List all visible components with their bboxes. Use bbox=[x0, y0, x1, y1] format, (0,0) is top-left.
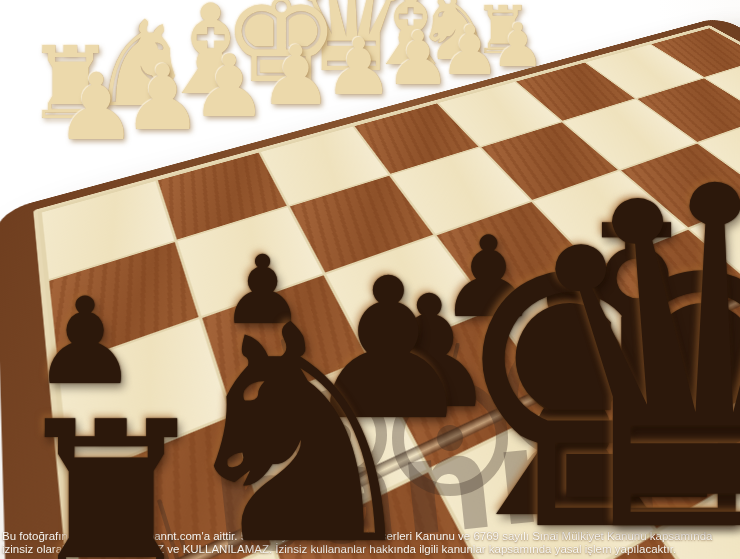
dark-rook-h8[interactable]: ♜ bbox=[6, 391, 217, 559]
product-photo-scene: ♜♞♝♚♛♝♞♜♟♟♟♟♟♟♟♟♟♜♟♞♟♟♟♝♚♛ bannt bbox=[0, 0, 740, 559]
light-pawn-c2[interactable]: ♟ bbox=[385, 21, 451, 95]
light-pawn-d2[interactable]: ♟ bbox=[324, 28, 394, 106]
light-pawn-h2[interactable]: ♟ bbox=[55, 62, 137, 154]
light-pawn-e2[interactable]: ♟ bbox=[259, 35, 333, 117]
dark-queen-d8[interactable]: ♛ bbox=[503, 128, 740, 559]
